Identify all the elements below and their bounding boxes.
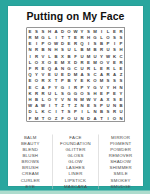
word-list-column-2: FACEFOUNDATIONGLITTERGLOSSGLOWLASHESLINE… (53, 134, 98, 188)
word-search-grid: ESSHADOWYSMILERRMGLITTERHGLOSSEIPOWDERQI… (26, 28, 125, 122)
word-item: EYE (9, 183, 52, 189)
screenshot-viewport: Putting on My Face ESSHADOWYSMILERRMGLIT… (0, 0, 150, 194)
grid-cell-r15c15: N (118, 115, 125, 121)
word-list-column-3: MIRRORPIGMENTPOWDERREMOVERSHADOWSHIMMERS… (98, 134, 143, 188)
bottom-accent-strip (0, 191, 150, 195)
word-list-column-1: BALMBEAUTYBLENDBLUSHBROWSBRUSHCREAMCURLE… (8, 134, 53, 188)
word-item: MASCARA (54, 183, 97, 189)
word-item: SMUDGE (99, 183, 142, 189)
word-list: BALMBEAUTYBLENDBLUSHBROWSBRUSHCREAMCURLE… (8, 134, 143, 188)
page-title: Putting on My Face (8, 11, 143, 23)
puzzle-card: Putting on My Face ESSHADOWYSMILERRMGLIT… (8, 6, 143, 186)
puzzle-page: Putting on My Face ESSHADOWYSMILERRMGLIT… (0, 0, 150, 194)
